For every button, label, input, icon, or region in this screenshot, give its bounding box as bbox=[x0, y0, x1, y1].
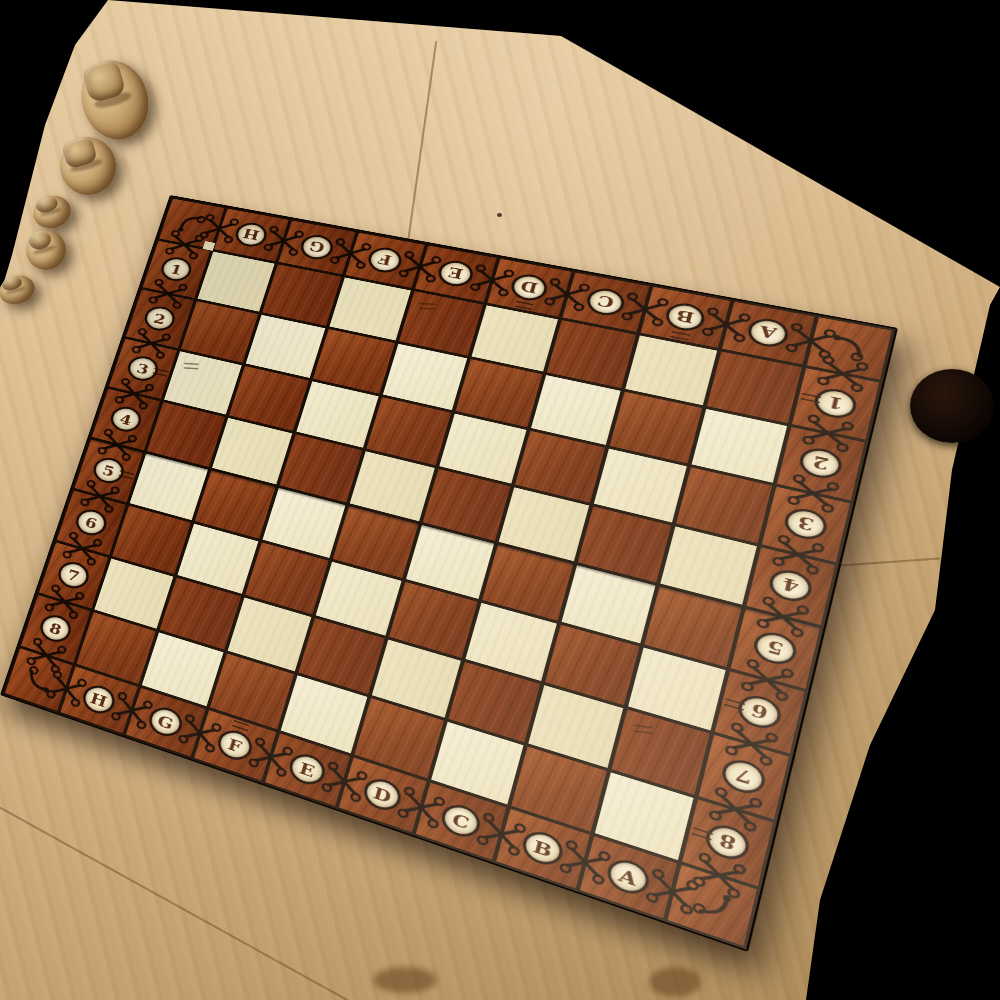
table-seam bbox=[407, 41, 438, 244]
coordinate-disc: 4 bbox=[107, 404, 144, 435]
burn-dash-mark bbox=[419, 303, 435, 310]
coordinate-disc: 5 bbox=[751, 628, 800, 668]
coordinate-disc: F bbox=[214, 726, 255, 764]
coordinate-disc: E bbox=[435, 258, 476, 289]
coordinate-disc: G bbox=[298, 233, 336, 262]
burn-dash-mark bbox=[184, 363, 199, 370]
burn-dash-mark bbox=[515, 301, 533, 310]
coordinate-disc: B bbox=[663, 301, 708, 334]
coordinate-disc: 4 bbox=[766, 566, 815, 605]
coordinate-disc: F bbox=[365, 245, 405, 275]
dark-knob bbox=[910, 369, 994, 443]
table-seam bbox=[0, 806, 349, 1000]
coordinate-disc: 8 bbox=[37, 611, 75, 645]
coordinate-disc: B bbox=[519, 827, 566, 870]
coordinate-disc: 2 bbox=[141, 304, 178, 333]
scene: HGFEDCBA1122334455667788HGFEDCBA bbox=[0, 0, 1000, 1000]
coordinate-disc: H bbox=[80, 682, 119, 718]
corner-scroll-icon bbox=[19, 661, 59, 698]
border-corner-tl bbox=[159, 199, 224, 249]
table-seam bbox=[840, 558, 940, 567]
wood-stain bbox=[649, 967, 701, 997]
coordinate-disc: 1 bbox=[812, 386, 860, 422]
coordinate-disc: 8 bbox=[703, 820, 753, 864]
corner-scroll-icon bbox=[173, 209, 211, 238]
coordinate-disc: A bbox=[745, 316, 791, 350]
coordinate-disc: 6 bbox=[735, 691, 784, 733]
coordinate-disc: 6 bbox=[73, 506, 110, 539]
coordinate-disc: D bbox=[361, 775, 405, 815]
coordinate-disc: C bbox=[584, 286, 627, 318]
coordinate-disc: 2 bbox=[797, 445, 845, 482]
burn-dash-mark bbox=[670, 331, 689, 341]
corner-scroll-icon bbox=[686, 881, 739, 929]
coordinate-disc: E bbox=[286, 750, 328, 789]
coordinate-disc: 7 bbox=[719, 755, 768, 798]
coordinate-disc: A bbox=[604, 855, 652, 899]
coordinate-disc: D bbox=[508, 272, 550, 303]
burn-dash-mark bbox=[634, 724, 653, 734]
coordinate-disc: 7 bbox=[55, 559, 92, 592]
corner-scroll-icon bbox=[824, 330, 874, 367]
coordinate-disc: 3 bbox=[782, 505, 830, 543]
coordinate-disc: H bbox=[233, 220, 270, 249]
corner-inlay bbox=[203, 241, 216, 251]
coordinate-disc: G bbox=[146, 703, 186, 740]
wood-stain bbox=[373, 967, 437, 993]
right-rank-label-1: 1 bbox=[792, 368, 879, 439]
speck bbox=[497, 213, 502, 217]
coordinate-disc: C bbox=[438, 800, 483, 841]
square-h1[interactable] bbox=[198, 252, 275, 312]
coordinate-disc: 1 bbox=[158, 255, 195, 284]
